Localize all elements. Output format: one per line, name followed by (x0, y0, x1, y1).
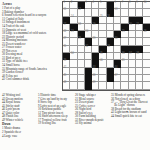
grid-cell-black (107, 68, 114, 75)
grid-cell[interactable]: 48 (63, 82, 70, 89)
grid-cell[interactable] (143, 60, 150, 67)
grid-cell[interactable] (136, 38, 143, 45)
grid-cell[interactable] (129, 9, 136, 16)
crossword-grid[interactable]: 1234567891011121314151617181920212223242… (62, 1, 150, 91)
cell-number: 6 (114, 2, 115, 5)
clue-number: 37 (111, 100, 115, 104)
cell-number: 18 (78, 24, 81, 27)
grid-cell[interactable] (143, 75, 150, 82)
grid-cell[interactable]: 49 (92, 82, 99, 89)
grid-cell[interactable]: 7 (121, 2, 128, 9)
grid-cell[interactable]: 5 (99, 2, 106, 9)
grid-cell[interactable]: 29 (92, 38, 99, 45)
grid-cell[interactable] (107, 24, 114, 31)
grid-cell[interactable] (70, 38, 77, 45)
cell-number: 5 (100, 2, 101, 5)
grid-cell[interactable] (114, 53, 121, 60)
grid-cell[interactable] (129, 31, 136, 38)
grid-cell[interactable] (143, 46, 150, 53)
cell-number: 16 (107, 16, 110, 19)
grid-cell-black (85, 75, 92, 82)
clue-item: 19 Sewing line (38, 122, 72, 125)
grid-cell[interactable]: 38 (136, 53, 143, 60)
grid-cell[interactable]: 18 (78, 24, 85, 31)
cell-number: 14 (71, 16, 74, 19)
cell-number: 48 (63, 82, 66, 85)
cell-number: 28 (78, 38, 81, 41)
grid-cell[interactable] (99, 38, 106, 45)
grid-cell-black (107, 75, 114, 82)
cell-number: 22 (63, 31, 66, 34)
grid-cell[interactable] (114, 82, 121, 89)
grid-cell[interactable]: 47 (114, 75, 121, 82)
cell-number: 37 (129, 53, 132, 56)
grid-cell[interactable] (107, 53, 114, 60)
cell-number: 33 (107, 46, 110, 49)
clue-number: 33 (75, 121, 79, 125)
grid-cell[interactable] (78, 60, 85, 67)
clue-number: 44 (111, 114, 115, 118)
grid-cell-black (107, 2, 114, 9)
cell-number: 35 (100, 53, 103, 56)
grid-cell[interactable] (99, 31, 106, 38)
grid-cell[interactable]: 40 (99, 60, 106, 67)
grid-cell[interactable] (121, 68, 128, 75)
cell-number: 17 (63, 24, 66, 27)
grid-cell[interactable]: 41 (121, 60, 128, 67)
cell-number: 19 (93, 24, 96, 27)
grid-cell[interactable]: 2 (70, 2, 77, 9)
cell-number: 38 (136, 53, 139, 56)
cell-number: 7 (122, 2, 123, 5)
grid-cell[interactable]: 13 (114, 9, 121, 16)
grid-cell-black (92, 53, 99, 60)
clue-number: 41 (2, 77, 6, 81)
cell-number: 24 (85, 31, 88, 34)
cell-number: 27 (63, 38, 66, 41)
cell-number: 11 (63, 9, 66, 12)
grid-cell[interactable] (78, 82, 85, 89)
grid-cell[interactable] (78, 68, 85, 75)
grid-cell[interactable] (78, 46, 85, 53)
clue-number: 4 (2, 134, 4, 138)
grid-cell[interactable] (99, 82, 106, 89)
grid-cell[interactable]: 30 (114, 38, 121, 45)
grid-cell[interactable] (136, 31, 143, 38)
cell-number: 2 (71, 2, 72, 5)
cell-number: 41 (122, 60, 125, 63)
cell-number: 4 (93, 2, 94, 5)
grid-cell[interactable]: 4 (92, 2, 99, 9)
grid-cell[interactable] (129, 38, 136, 45)
grid-cell[interactable] (143, 53, 150, 60)
cell-number: 3 (85, 2, 86, 5)
grid-cell[interactable]: 25 (121, 31, 128, 38)
cell-number: 29 (93, 38, 96, 41)
grid-cell[interactable]: 34 (70, 53, 77, 60)
cell-number: 42 (63, 67, 66, 70)
across-clues-column: Across1 Part of a play3 Baking chamber6 … (2, 2, 59, 82)
grid-cell-black (85, 82, 92, 89)
grid-cell[interactable] (85, 9, 92, 16)
grid-cell[interactable]: 9 (136, 2, 143, 9)
grid-cell[interactable]: 14 (70, 17, 77, 24)
grid-cell[interactable]: 11 (63, 9, 70, 16)
cell-number: 44 (114, 67, 117, 70)
grid-cell[interactable]: 32 (85, 46, 92, 53)
grid-cell[interactable]: 23 (70, 31, 77, 38)
grid-cell[interactable]: 31 (63, 46, 70, 53)
grid-cell[interactable] (143, 38, 150, 45)
grid-cell[interactable] (114, 46, 121, 53)
grid-cell[interactable] (129, 82, 136, 89)
grid-cell[interactable] (114, 24, 121, 31)
cell-number: 8 (129, 2, 130, 5)
grid-cell[interactable] (143, 17, 150, 24)
grid-cell[interactable]: 8 (129, 2, 136, 9)
grid-cell[interactable] (136, 75, 143, 82)
cell-number: 12 (78, 9, 81, 12)
grid-cell[interactable] (121, 75, 128, 82)
clue-item: 41 Cool summer drink (2, 78, 59, 81)
grid-cell[interactable] (85, 17, 92, 24)
grid-cell-black (85, 68, 92, 75)
grid-cell[interactable]: 24 (85, 31, 92, 38)
grid-cell[interactable] (99, 24, 106, 31)
cell-number: 1 (63, 2, 64, 5)
cell-number: 26 (144, 31, 147, 34)
cell-number: 32 (85, 46, 88, 49)
cell-number: 39 (63, 60, 66, 63)
cell-number: 15 (100, 16, 103, 19)
cell-number: 43 (93, 67, 96, 70)
clue-item: 33 Sly animal (75, 122, 109, 125)
grid-cell[interactable] (78, 75, 85, 82)
grid-cell[interactable] (121, 9, 128, 16)
cell-number: 10 (144, 2, 147, 5)
grid-cell[interactable]: 16 (107, 17, 114, 24)
grid-cell[interactable]: 3 (85, 2, 92, 9)
cell-number: 46 (93, 75, 96, 78)
grid-cell[interactable] (143, 9, 150, 16)
clue-number: 49 (2, 118, 6, 122)
grid-cell[interactable] (70, 68, 77, 75)
cell-number: 25 (122, 31, 125, 34)
cell-number: 34 (71, 53, 74, 56)
bottom-clues-column-1: 42 Writing tool43 Ocean motion44 Royal h… (2, 94, 35, 138)
grid-cell[interactable]: 37 (129, 53, 136, 60)
cell-number: 40 (100, 60, 103, 63)
grid-cell[interactable] (99, 75, 106, 82)
grid-cell[interactable] (121, 38, 128, 45)
grid-cell[interactable] (136, 82, 143, 89)
grid-cell[interactable] (70, 60, 77, 67)
grid-cell[interactable] (107, 60, 114, 67)
clue-number: 19 (38, 121, 42, 125)
grid-cell[interactable] (143, 68, 150, 75)
grid-cell[interactable] (143, 82, 150, 89)
grid-cell[interactable]: 12 (78, 9, 85, 16)
grid-cell[interactable] (70, 75, 77, 82)
grid-cell[interactable] (107, 82, 114, 89)
bottom-clues-column-2: 5 Historic time7 Give up land by treaty8… (38, 94, 72, 126)
cell-number: 20 (129, 24, 132, 27)
grid-cell[interactable] (129, 68, 136, 75)
grid-cell[interactable] (129, 60, 136, 67)
grid-cell[interactable] (85, 60, 92, 67)
grid-cell[interactable]: 15 (99, 17, 106, 24)
bottom-clues-column-4: 35 Month of spring showers36 Not closed,… (111, 94, 149, 119)
grid-cell[interactable] (121, 17, 128, 24)
grid-cell[interactable]: 33 (107, 46, 114, 53)
cell-number: 31 (63, 46, 66, 49)
grid-cell[interactable]: 26 (143, 31, 150, 38)
grid-cell[interactable] (121, 82, 128, 89)
cell-number: 23 (71, 31, 74, 34)
grid-cell[interactable]: 19 (92, 24, 99, 31)
clue-item: 4 Large vase (2, 135, 35, 138)
grid-cell[interactable]: 20 (129, 24, 136, 31)
bottom-clues-column-3: 20 Stage whisper21 Metal source23 Desert… (75, 94, 109, 126)
cell-number: 47 (114, 75, 117, 78)
grid-cell[interactable]: 10 (143, 2, 150, 9)
grid-cell[interactable] (136, 9, 143, 16)
grid-cell[interactable] (114, 17, 121, 24)
grid-cell[interactable] (92, 9, 99, 16)
grid-cell[interactable] (136, 68, 143, 75)
grid-cell[interactable]: 21 (136, 24, 143, 31)
cell-number: 9 (136, 2, 137, 5)
clue-item: 44 Small quick bite to eat (111, 115, 149, 118)
cell-number: 21 (136, 24, 139, 27)
grid-cell[interactable] (99, 68, 106, 75)
cell-number: 45 (63, 75, 66, 78)
cell-number: 36 (122, 53, 125, 56)
cell-number: 30 (114, 38, 117, 41)
grid-cell[interactable] (92, 46, 99, 53)
grid-cell[interactable]: 28 (78, 38, 85, 45)
grid-cell[interactable] (136, 60, 143, 67)
grid-cell[interactable] (78, 53, 85, 60)
cell-number: 13 (114, 9, 117, 12)
cell-number: 49 (93, 82, 96, 85)
grid-cell[interactable] (107, 31, 114, 38)
grid-cell[interactable] (129, 75, 136, 82)
grid-cell[interactable] (70, 82, 77, 89)
grid-cell[interactable] (85, 53, 92, 60)
